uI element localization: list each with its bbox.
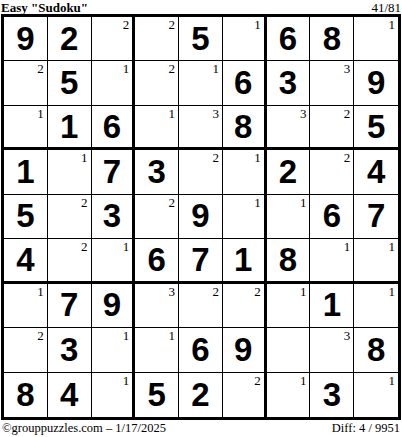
sudoku-cell[interactable]: 2	[179, 150, 223, 194]
cell-value: 5	[48, 61, 91, 104]
sudoku-cell[interactable]: 3	[267, 61, 311, 105]
sudoku-cell[interactable]: 8	[354, 328, 398, 372]
pencil-mark: 2	[169, 17, 176, 32]
sudoku-cell[interactable]: 1	[4, 106, 48, 150]
sudoku-cell[interactable]: 3	[92, 195, 136, 239]
sudoku-cell[interactable]: 1	[135, 328, 179, 372]
pencil-mark: 2	[37, 328, 44, 343]
sudoku-cell[interactable]: 5	[4, 195, 48, 239]
cell-value: 8	[4, 373, 47, 417]
pencil-mark: 2	[212, 284, 219, 299]
sudoku-cell[interactable]: 3	[310, 373, 354, 417]
pencil-mark: 3	[212, 106, 219, 121]
pencil-mark: 1	[81, 150, 88, 165]
cell-value: 7	[354, 195, 398, 238]
pencil-mark: 1	[300, 373, 307, 388]
sudoku-cell[interactable]: 2	[48, 239, 92, 283]
sudoku-cell[interactable]: 1	[179, 61, 223, 105]
cell-value: 9	[354, 61, 398, 104]
sudoku-cell[interactable]: 2	[135, 195, 179, 239]
cell-value: 9	[92, 284, 133, 327]
sudoku-cell[interactable]: 1	[354, 284, 398, 328]
pencil-mark: 1	[389, 17, 396, 32]
sudoku-cell[interactable]: 1	[310, 284, 354, 328]
pencil-mark: 3	[169, 284, 176, 299]
sudoku-cell[interactable]: 2	[48, 195, 92, 239]
sudoku-cell[interactable]: 1	[4, 150, 48, 194]
page-header: Easy "Sudoku" 41/81	[0, 0, 402, 14]
sudoku-cell[interactable]	[267, 328, 311, 372]
pencil-mark: 1	[37, 284, 44, 299]
pencil-mark: 1	[389, 373, 396, 388]
cell-value: 9	[223, 328, 264, 371]
cell-value: 4	[4, 239, 47, 280]
sudoku-cell[interactable]: 1	[223, 150, 267, 194]
sudoku-cell[interactable]: 7	[92, 150, 136, 194]
sudoku-cell[interactable]: 1	[354, 239, 398, 283]
sudoku-cell[interactable]: 1	[4, 284, 48, 328]
cell-value: 2	[179, 373, 222, 417]
cell-value: 6	[179, 328, 222, 371]
sudoku-cell[interactable]: 2	[223, 373, 267, 417]
sudoku-cell[interactable]: 5	[179, 17, 223, 61]
sudoku-cell[interactable]: 2	[4, 328, 48, 372]
cell-value: 1	[223, 239, 264, 280]
pencil-mark: 1	[123, 239, 130, 254]
cell-value: 4	[48, 373, 91, 417]
sudoku-cell[interactable]: 9	[223, 328, 267, 372]
sudoku-cell[interactable]: 1	[310, 239, 354, 283]
cell-value: 3	[92, 195, 133, 238]
cell-value: 5	[135, 373, 178, 417]
sudoku-cell[interactable]: 9	[354, 61, 398, 105]
cell-value: 7	[92, 150, 133, 193]
sudoku-cell[interactable]: 2	[310, 150, 354, 194]
sudoku-cell[interactable]: 1	[223, 195, 267, 239]
cell-value: 9	[179, 195, 222, 238]
difficulty-label: Diff: 4 / 9951	[332, 421, 400, 436]
cell-value: 6	[223, 61, 264, 104]
cell-value: 3	[135, 150, 178, 193]
pencil-mark: 2	[344, 150, 351, 165]
cell-value: 1	[310, 284, 353, 327]
sudoku-cell[interactable]: 1	[48, 106, 92, 150]
cell-value: 3	[310, 373, 353, 417]
sudoku-cell[interactable]: 6	[310, 195, 354, 239]
copyright-date: ©grouppuzzles.com – 1/17/2025	[2, 421, 166, 436]
sudoku-cell[interactable]: 1	[48, 150, 92, 194]
pencil-mark: 1	[123, 373, 130, 388]
sudoku-cell[interactable]: 6	[267, 17, 311, 61]
sudoku-cell[interactable]: 1	[354, 373, 398, 417]
sudoku-cell[interactable]: 2	[179, 284, 223, 328]
sudoku-cell[interactable]: 9	[92, 284, 136, 328]
cell-value: 8	[354, 328, 398, 371]
sudoku-cell[interactable]: 7	[179, 239, 223, 283]
sudoku-cell[interactable]: 6	[223, 61, 267, 105]
pencil-mark: 2	[169, 195, 176, 210]
cell-value: 5	[179, 17, 222, 60]
cell-value: 3	[48, 328, 91, 371]
sudoku-cell[interactable]: 6	[92, 106, 136, 150]
pencil-mark: 1	[212, 61, 219, 76]
pencil-mark: 2	[81, 195, 88, 210]
sudoku-grid: 9222516812512163391161383251173212245232…	[1, 14, 401, 420]
sudoku-cell[interactable]: 1	[267, 195, 311, 239]
page-footer: ©grouppuzzles.com – 1/17/2025 Diff: 4 / …	[0, 420, 402, 437]
pencil-mark: 1	[254, 195, 261, 210]
cell-value: 6	[92, 106, 133, 147]
pencil-mark: 3	[344, 61, 351, 76]
cell-value: 7	[179, 239, 222, 280]
sudoku-cell[interactable]: 1	[223, 17, 267, 61]
pencil-mark: 2	[212, 150, 219, 165]
cell-value: 1	[4, 150, 47, 193]
sudoku-cell[interactable]: 8	[223, 106, 267, 150]
sudoku-cell[interactable]: 4	[354, 150, 398, 194]
sudoku-cell[interactable]: 6	[179, 328, 223, 372]
cell-value: 4	[354, 150, 398, 193]
pencil-mark: 2	[81, 239, 88, 254]
pencil-mark: 2	[37, 61, 44, 76]
sudoku-cell[interactable]: 1	[267, 373, 311, 417]
pencil-mark: 1	[300, 284, 307, 299]
pencil-mark: 1	[389, 239, 396, 254]
cell-value: 6	[310, 195, 353, 238]
sudoku-cell[interactable]: 3	[135, 150, 179, 194]
pencil-mark: 1	[254, 150, 261, 165]
pencil-mark: 1	[37, 106, 44, 121]
sudoku-cell[interactable]: 7	[48, 284, 92, 328]
sudoku-cell[interactable]: 1	[92, 61, 136, 105]
sudoku-cell[interactable]: 1	[92, 328, 136, 372]
sudoku-cell[interactable]: 5	[135, 373, 179, 417]
pencil-mark: 1	[254, 17, 261, 32]
pencil-mark: 2	[254, 284, 261, 299]
sudoku-cell[interactable]: 1	[354, 17, 398, 61]
sudoku-cell[interactable]: 2	[223, 284, 267, 328]
cell-value: 6	[267, 17, 310, 60]
pencil-mark: 1	[344, 239, 351, 254]
pencil-mark: 1	[123, 61, 130, 76]
pencil-mark: 1	[300, 195, 307, 210]
sudoku-cell[interactable]: 3	[135, 284, 179, 328]
cell-value: 6	[135, 239, 178, 280]
pencil-mark: 3	[300, 106, 307, 121]
pencil-mark: 1	[123, 328, 130, 343]
sudoku-cell[interactable]: 8	[267, 239, 311, 283]
sudoku-cell[interactable]: 3	[179, 106, 223, 150]
sudoku-cell[interactable]: 2	[267, 150, 311, 194]
sudoku-cell[interactable]: 4	[48, 373, 92, 417]
cell-value: 5	[354, 106, 398, 147]
sudoku-cell[interactable]: 5	[354, 106, 398, 150]
sudoku-cell[interactable]: 1	[267, 284, 311, 328]
pencil-mark: 1	[169, 106, 176, 121]
sudoku-cell[interactable]: 3	[267, 106, 311, 150]
sudoku-cell[interactable]: 9	[179, 195, 223, 239]
sudoku-cell[interactable]: 9	[4, 17, 48, 61]
cell-value: 3	[267, 61, 310, 104]
clue-counter: 41/81	[371, 1, 401, 14]
cell-value: 8	[310, 17, 353, 60]
cell-value: 2	[267, 150, 310, 193]
pencil-mark: 2	[344, 106, 351, 121]
sudoku-cell[interactable]: 2	[48, 17, 92, 61]
cell-value: 9	[4, 17, 47, 60]
sudoku-cell[interactable]: 1	[92, 239, 136, 283]
cell-value: 7	[48, 284, 91, 327]
pencil-mark: 2	[254, 373, 261, 388]
sudoku-cell[interactable]: 3	[48, 328, 92, 372]
cell-value: 8	[223, 106, 264, 147]
cell-value: 8	[267, 239, 310, 280]
sudoku-cell[interactable]: 2	[4, 61, 48, 105]
sudoku-cell[interactable]: 1	[92, 373, 136, 417]
cell-value: 5	[4, 195, 47, 238]
sudoku-cell[interactable]: 8	[4, 373, 48, 417]
sudoku-page: Easy "Sudoku" 41/81 92225168125121633911…	[0, 0, 402, 437]
sudoku-cell[interactable]: 1	[223, 239, 267, 283]
pencil-mark: 2	[169, 61, 176, 76]
puzzle-title: Easy "Sudoku"	[1, 1, 88, 14]
sudoku-cell[interactable]: 8	[310, 17, 354, 61]
sudoku-cell[interactable]: 2	[135, 61, 179, 105]
pencil-mark: 2	[123, 17, 130, 32]
pencil-mark: 3	[344, 328, 351, 343]
sudoku-cell[interactable]: 2	[179, 373, 223, 417]
sudoku-cell[interactable]: 2	[92, 17, 136, 61]
sudoku-cell[interactable]: 7	[354, 195, 398, 239]
sudoku-cell[interactable]: 4	[4, 239, 48, 283]
cell-value: 1	[48, 106, 91, 147]
sudoku-cell[interactable]: 3	[310, 61, 354, 105]
pencil-mark: 1	[169, 328, 176, 343]
cell-value: 2	[48, 17, 91, 60]
pencil-mark: 1	[389, 284, 396, 299]
sudoku-cell[interactable]: 5	[48, 61, 92, 105]
sudoku-cell[interactable]: 2	[310, 106, 354, 150]
sudoku-cell[interactable]: 6	[135, 239, 179, 283]
sudoku-cell[interactable]: 3	[310, 328, 354, 372]
sudoku-cell[interactable]: 2	[135, 17, 179, 61]
sudoku-cell[interactable]: 1	[135, 106, 179, 150]
